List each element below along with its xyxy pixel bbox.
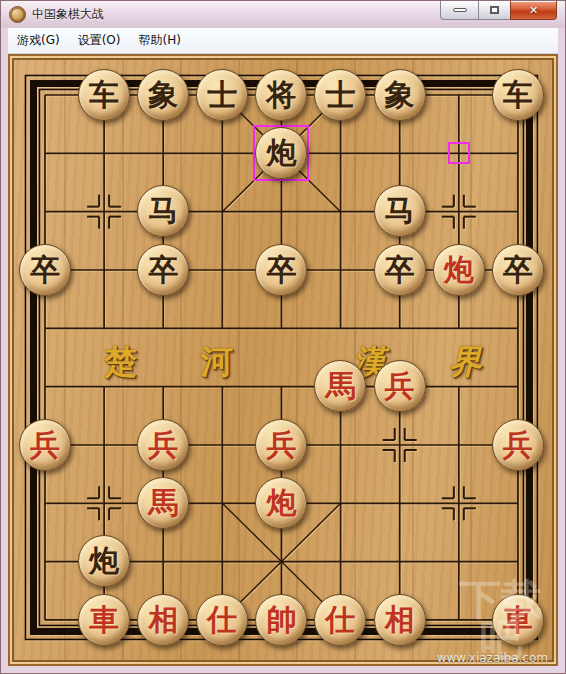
piece-red-cannon[interactable]: 炮 [433, 244, 485, 296]
app-icon [9, 6, 26, 23]
piece-red-horse[interactable]: 馬 [314, 360, 366, 412]
piece-red-soldier[interactable]: 兵 [492, 419, 544, 471]
menu-settings[interactable]: 设置(O) [69, 28, 130, 53]
close-button[interactable]: ✕ [510, 1, 557, 20]
piece-black-soldier[interactable]: 卒 [19, 244, 71, 296]
pieces-layer: 车象士将士象车炮马马卒卒卒卒炮卒馬兵兵兵兵兵馬炮炮車相仕帥仕相車 [15, 66, 547, 649]
piece-red-soldier[interactable]: 兵 [19, 419, 71, 471]
menu-help[interactable]: 帮助(H) [129, 28, 189, 53]
piece-black-cannon[interactable]: 炮 [255, 127, 307, 179]
xiangqi-board[interactable]: 楚 河 漢 界 车象士将士象车炮马马卒卒卒卒炮卒馬兵兵兵兵兵馬炮炮車相仕帥仕相車… [8, 54, 558, 666]
piece-red-horse[interactable]: 馬 [137, 477, 189, 529]
piece-black-general[interactable]: 将 [255, 69, 307, 121]
menu-bar: 游戏(G) 设置(O) 帮助(H) [8, 28, 558, 54]
piece-black-soldier[interactable]: 卒 [255, 244, 307, 296]
piece-red-soldier[interactable]: 兵 [374, 360, 426, 412]
piece-red-chariot[interactable]: 車 [492, 594, 544, 646]
piece-black-soldier[interactable]: 卒 [374, 244, 426, 296]
app-window: 中国象棋大战 ✕ 游戏(G) 设置(O) 帮助(H) 楚 河 漢 界 车象士将士… [0, 0, 566, 674]
piece-red-elephant[interactable]: 相 [137, 594, 189, 646]
piece-black-soldier[interactable]: 卒 [492, 244, 544, 296]
title-bar[interactable]: 中国象棋大战 ✕ [1, 1, 565, 28]
piece-red-advisor[interactable]: 仕 [196, 594, 248, 646]
piece-red-soldier[interactable]: 兵 [255, 419, 307, 471]
piece-red-advisor[interactable]: 仕 [314, 594, 366, 646]
piece-black-cannon[interactable]: 炮 [78, 535, 130, 587]
piece-black-horse[interactable]: 马 [374, 185, 426, 237]
maximize-icon [490, 6, 499, 14]
menu-game[interactable]: 游戏(G) [8, 28, 69, 53]
minimize-icon [453, 8, 467, 12]
piece-black-chariot[interactable]: 车 [492, 69, 544, 121]
piece-black-horse[interactable]: 马 [137, 185, 189, 237]
maximize-button[interactable] [479, 1, 510, 20]
piece-black-soldier[interactable]: 卒 [137, 244, 189, 296]
piece-red-cannon[interactable]: 炮 [255, 477, 307, 529]
piece-black-advisor[interactable]: 士 [196, 69, 248, 121]
piece-black-elephant[interactable]: 象 [137, 69, 189, 121]
window-title: 中国象棋大战 [32, 6, 104, 23]
piece-red-chariot[interactable]: 車 [78, 594, 130, 646]
piece-black-advisor[interactable]: 士 [314, 69, 366, 121]
piece-red-elephant[interactable]: 相 [374, 594, 426, 646]
minimize-button[interactable] [440, 1, 479, 20]
piece-red-general[interactable]: 帥 [255, 594, 307, 646]
piece-black-chariot[interactable]: 车 [78, 69, 130, 121]
piece-red-soldier[interactable]: 兵 [137, 419, 189, 471]
piece-black-elephant[interactable]: 象 [374, 69, 426, 121]
